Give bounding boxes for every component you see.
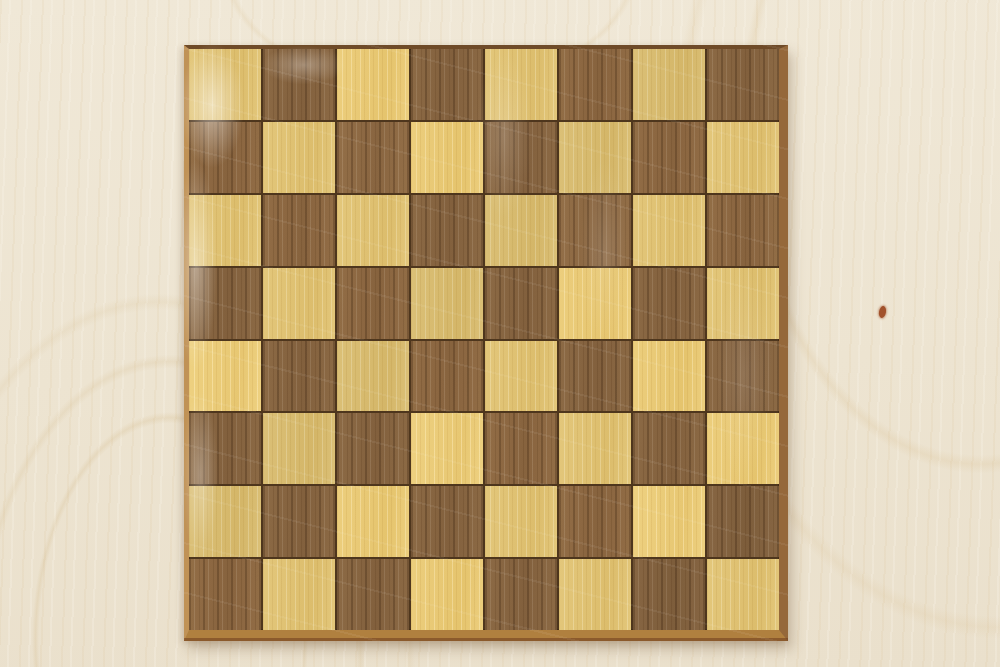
square-c5[interactable]	[337, 268, 409, 339]
square-a5[interactable]	[189, 268, 261, 339]
wood-knot	[878, 305, 887, 318]
square-e8[interactable]	[485, 49, 557, 120]
square-b1[interactable]	[263, 559, 335, 630]
square-h4[interactable]	[707, 341, 779, 412]
square-d7[interactable]	[411, 122, 483, 193]
square-d2[interactable]	[411, 486, 483, 557]
square-e4[interactable]	[485, 341, 557, 412]
square-f3[interactable]	[559, 413, 631, 484]
square-b4[interactable]	[263, 341, 335, 412]
square-c1[interactable]	[337, 559, 409, 630]
square-g6[interactable]	[633, 195, 705, 266]
square-b7[interactable]	[263, 122, 335, 193]
square-a2[interactable]	[189, 486, 261, 557]
square-c4[interactable]	[337, 341, 409, 412]
square-g1[interactable]	[633, 559, 705, 630]
square-a4[interactable]	[189, 341, 261, 412]
square-h6[interactable]	[707, 195, 779, 266]
square-a8[interactable]	[189, 49, 261, 120]
square-c6[interactable]	[337, 195, 409, 266]
chessboard-grid	[189, 49, 779, 630]
square-h7[interactable]	[707, 122, 779, 193]
square-a1[interactable]	[189, 559, 261, 630]
square-g8[interactable]	[633, 49, 705, 120]
square-e7[interactable]	[485, 122, 557, 193]
square-a6[interactable]	[189, 195, 261, 266]
square-g5[interactable]	[633, 268, 705, 339]
square-b5[interactable]	[263, 268, 335, 339]
square-e3[interactable]	[485, 413, 557, 484]
square-h1[interactable]	[707, 559, 779, 630]
square-e2[interactable]	[485, 486, 557, 557]
square-c3[interactable]	[337, 413, 409, 484]
square-d4[interactable]	[411, 341, 483, 412]
square-b3[interactable]	[263, 413, 335, 484]
square-e5[interactable]	[485, 268, 557, 339]
square-a3[interactable]	[189, 413, 261, 484]
square-b8[interactable]	[263, 49, 335, 120]
square-a7[interactable]	[189, 122, 261, 193]
square-b6[interactable]	[263, 195, 335, 266]
square-d8[interactable]	[411, 49, 483, 120]
square-d3[interactable]	[411, 413, 483, 484]
square-f2[interactable]	[559, 486, 631, 557]
square-h5[interactable]	[707, 268, 779, 339]
square-h2[interactable]	[707, 486, 779, 557]
square-g3[interactable]	[633, 413, 705, 484]
square-e6[interactable]	[485, 195, 557, 266]
square-c2[interactable]	[337, 486, 409, 557]
square-h3[interactable]	[707, 413, 779, 484]
square-f5[interactable]	[559, 268, 631, 339]
square-g7[interactable]	[633, 122, 705, 193]
square-d5[interactable]	[411, 268, 483, 339]
square-f4[interactable]	[559, 341, 631, 412]
square-g4[interactable]	[633, 341, 705, 412]
chessboard	[184, 45, 788, 641]
square-g2[interactable]	[633, 486, 705, 557]
square-c7[interactable]	[337, 122, 409, 193]
square-f8[interactable]	[559, 49, 631, 120]
square-d1[interactable]	[411, 559, 483, 630]
square-f1[interactable]	[559, 559, 631, 630]
square-b2[interactable]	[263, 486, 335, 557]
square-c8[interactable]	[337, 49, 409, 120]
square-e1[interactable]	[485, 559, 557, 630]
square-f7[interactable]	[559, 122, 631, 193]
square-h8[interactable]	[707, 49, 779, 120]
square-f6[interactable]	[559, 195, 631, 266]
square-d6[interactable]	[411, 195, 483, 266]
